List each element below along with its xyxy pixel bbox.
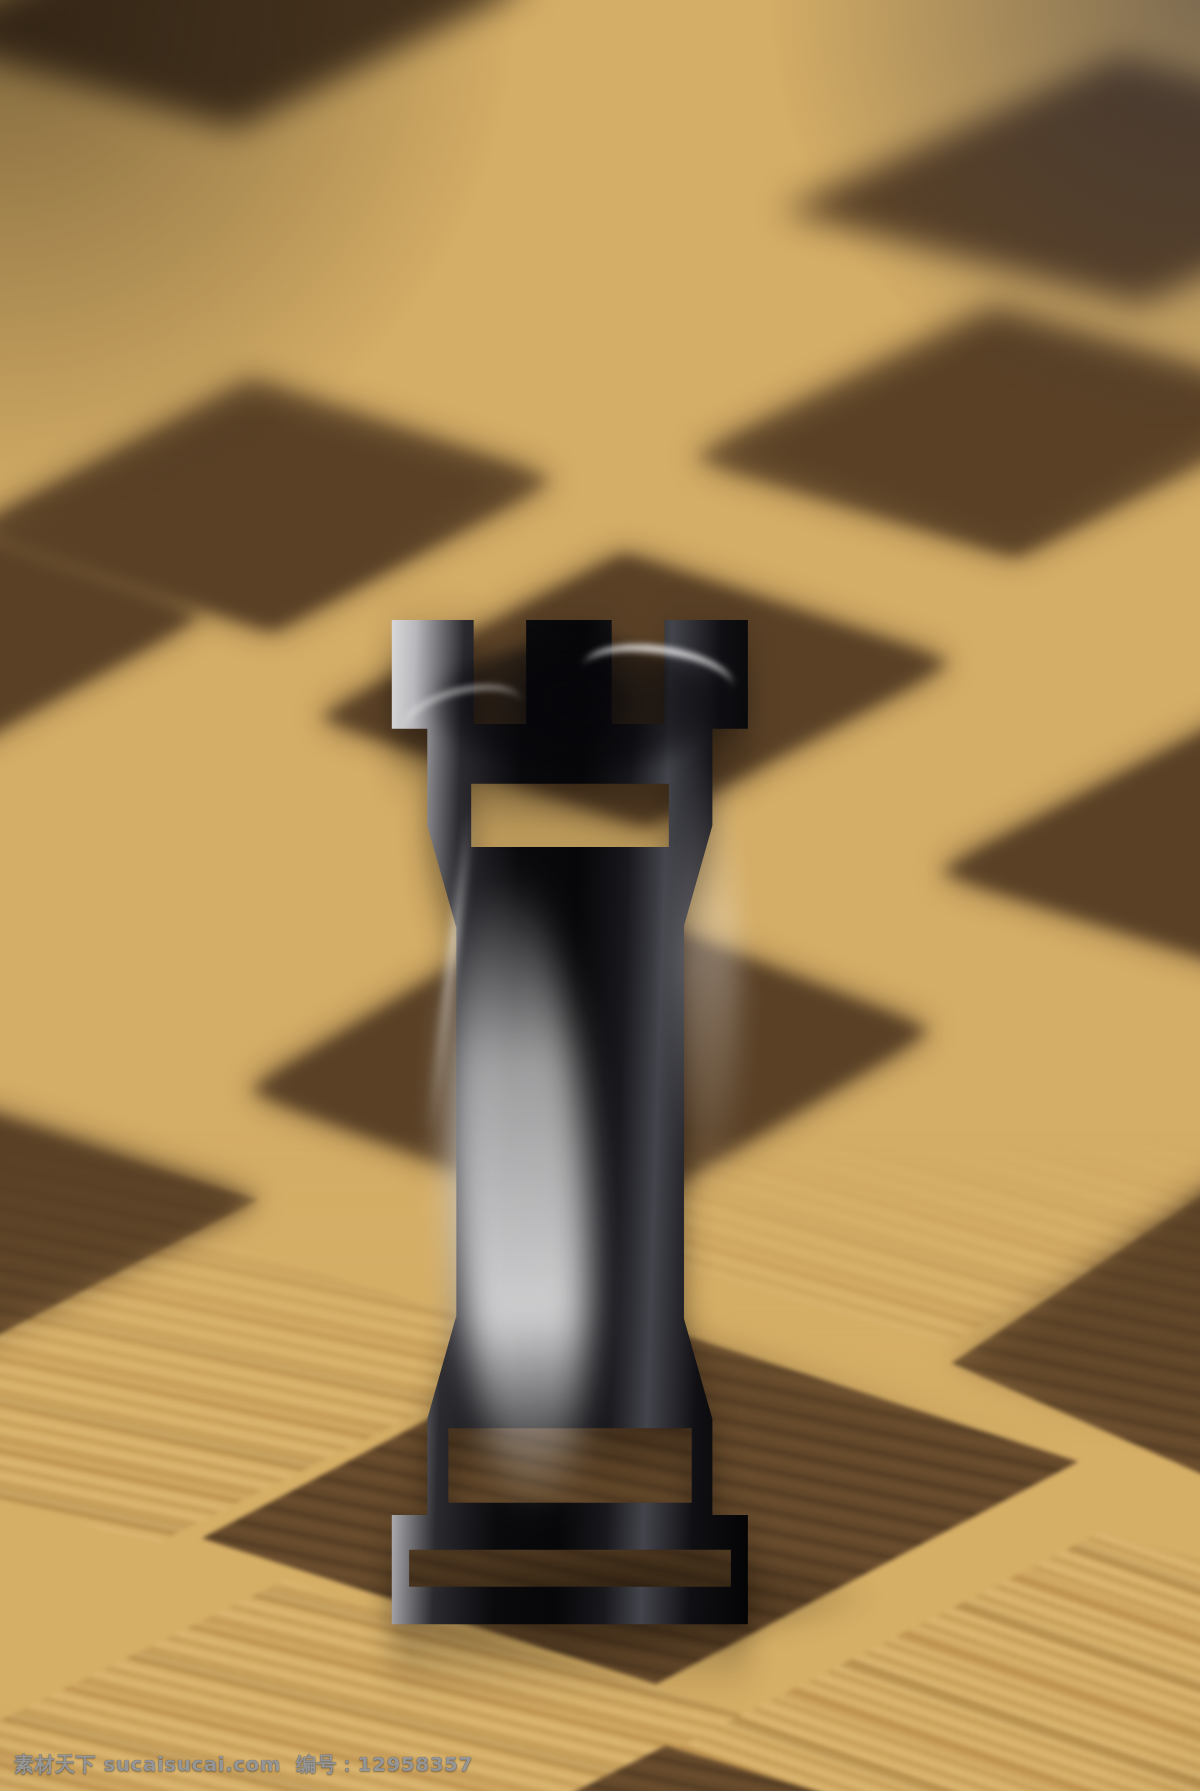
rook-sheen-highlight-right bbox=[676, 760, 740, 1190]
watermark: 素材天下 sucaisucai.com 编号：12958357 bbox=[14, 1751, 473, 1778]
chessboard-photo: ♜ 素材天下 sucaisucai.com 编号：12958357 bbox=[0, 0, 1200, 1791]
black-rook-piece: ♜ bbox=[0, 0, 1200, 1791]
